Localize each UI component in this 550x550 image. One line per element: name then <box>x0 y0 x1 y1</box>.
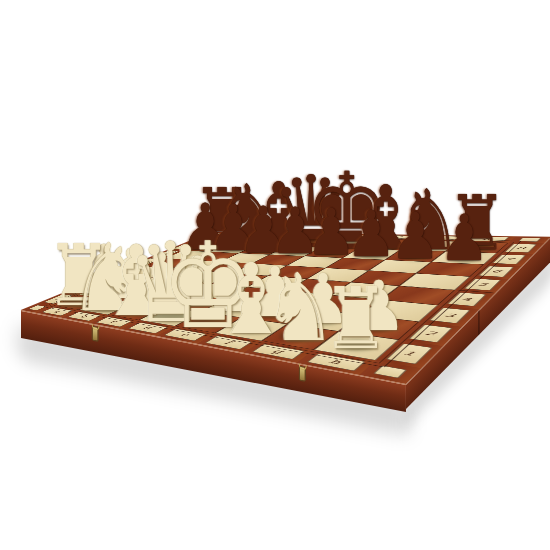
piece-black-pawn-f7[interactable]: ♟ <box>346 203 396 267</box>
piece-white-rook-h1[interactable]: ♜ <box>323 277 390 362</box>
piece-black-pawn-h7[interactable]: ♟ <box>439 207 489 271</box>
chess-set-photo: abcdefgh8877665544332211abcdefgh ♜♞♝♛♚♝♞… <box>0 0 550 550</box>
piece-black-pawn-g7[interactable]: ♟ <box>390 205 440 269</box>
pieces-layer: ♜♞♝♛♚♝♞♜♟♟♟♟♟♟♟♟♟♟♟♜♟♞♟♝♟♛♟♚♟♝♞♜ <box>0 0 550 550</box>
